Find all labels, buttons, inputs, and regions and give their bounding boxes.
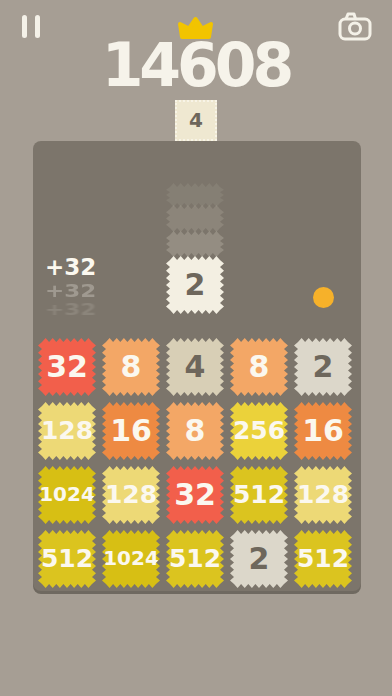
cell-r1c3[interactable]: 4 [166, 338, 224, 396]
tile-value: 512 [169, 544, 221, 573]
game-board[interactable]: +32 +32 +32 2 32848212816825616102412832… [33, 141, 361, 594]
falling-tile-trail [166, 231, 224, 257]
tile-value: 16 [302, 413, 344, 448]
tile-512[interactable]: 512 [294, 530, 352, 588]
tile-1024[interactable]: 1024 [102, 530, 160, 588]
cell-r1c1[interactable]: 32 [38, 338, 96, 396]
cell-r1c2[interactable]: 8 [102, 338, 160, 396]
cell-r2c4[interactable]: 256 [230, 402, 288, 460]
score-popup-text: +32 [45, 256, 96, 279]
cell-r1c4[interactable]: 8 [230, 338, 288, 396]
tile-value: 128 [297, 480, 349, 509]
cell-r4c1[interactable]: 512 [38, 530, 96, 588]
cell-r4c3[interactable]: 512 [166, 530, 224, 588]
tile-512[interactable]: 512 [230, 466, 288, 524]
cell-r3c2[interactable]: 128 [102, 466, 160, 524]
falling-tile-trail [166, 183, 224, 207]
tile-512[interactable]: 512 [38, 530, 96, 588]
tile-128[interactable]: 128 [102, 466, 160, 524]
next-tile-value: 4 [189, 108, 203, 132]
cell-r3c1[interactable]: 1024 [38, 466, 96, 524]
tile-4[interactable]: 4 [166, 338, 224, 396]
tile-2[interactable]: 2 [230, 530, 288, 588]
tile-value: 256 [233, 416, 285, 445]
cell-r1c5[interactable]: 2 [294, 338, 352, 396]
cell-r3c3[interactable]: 32 [166, 466, 224, 524]
cell-r4c4[interactable]: 2 [230, 530, 288, 588]
tile-2[interactable]: 2 [294, 338, 352, 396]
tile-value: 128 [105, 480, 157, 509]
cell-r2c5[interactable]: 16 [294, 402, 352, 460]
falling-tile-trail [166, 205, 224, 232]
score-popup-echo: +32 [45, 303, 96, 318]
tile-value: 4 [185, 349, 206, 384]
cell-r2c1[interactable]: 128 [38, 402, 96, 460]
tile-value: 2 [313, 349, 334, 384]
tile-32[interactable]: 32 [166, 466, 224, 524]
falling-tile-value: 2 [185, 267, 206, 302]
tile-8[interactable]: 8 [166, 402, 224, 460]
tile-value: 8 [185, 413, 206, 448]
tile-value: 512 [297, 544, 349, 573]
cell-r3c5[interactable]: 128 [294, 466, 352, 524]
tile-value: 1024 [39, 482, 95, 506]
game-screen: 14608 4 +32 +32 +32 2 328482128168256161… [0, 0, 392, 696]
tile-8[interactable]: 8 [230, 338, 288, 396]
cell-r4c5[interactable]: 512 [294, 530, 352, 588]
score-popup-echo: +32 [45, 282, 96, 300]
board-grid: 3284821281682561610241283251212851210245… [38, 338, 352, 588]
score-display: 14608 [0, 34, 392, 96]
tile-value: 1024 [103, 546, 159, 570]
tile-value: 32 [174, 477, 216, 512]
tile-value: 512 [41, 544, 93, 573]
tile-32[interactable]: 32 [38, 338, 96, 396]
cell-r2c3[interactable]: 8 [166, 402, 224, 460]
next-tile-preview: 4 [175, 100, 217, 141]
tile-16[interactable]: 16 [102, 402, 160, 460]
cell-r4c2[interactable]: 1024 [102, 530, 160, 588]
tile-16[interactable]: 16 [294, 402, 352, 460]
cell-r3c4[interactable]: 512 [230, 466, 288, 524]
score-popup: +32 +32 +32 [45, 256, 96, 322]
tile-value: 8 [249, 349, 270, 384]
cell-r2c2[interactable]: 16 [102, 402, 160, 460]
tile-1024[interactable]: 1024 [38, 466, 96, 524]
tile-value: 32 [46, 349, 88, 384]
tile-512[interactable]: 512 [166, 530, 224, 588]
tile-128[interactable]: 128 [38, 402, 96, 460]
falling-tile[interactable]: 2 [166, 256, 224, 314]
tile-value: 8 [121, 349, 142, 384]
tile-value: 16 [110, 413, 152, 448]
tile-256[interactable]: 256 [230, 402, 288, 460]
tile-value: 128 [41, 416, 93, 445]
tile-value: 2 [249, 541, 270, 576]
tile-8[interactable]: 8 [102, 338, 160, 396]
tile-128[interactable]: 128 [294, 466, 352, 524]
tile-value: 512 [233, 480, 285, 509]
merge-particle-dot [313, 287, 334, 308]
